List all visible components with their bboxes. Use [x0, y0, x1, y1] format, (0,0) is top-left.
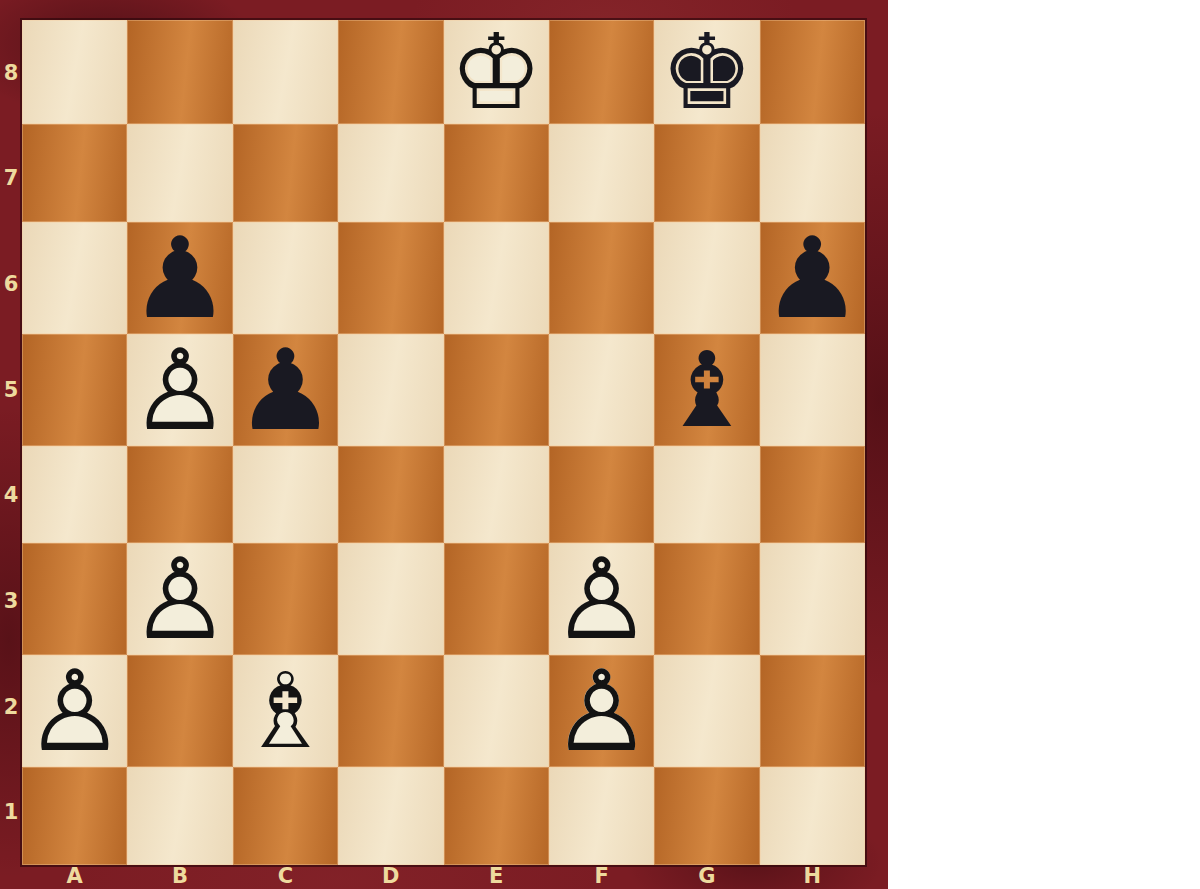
square-c4[interactable] — [233, 446, 338, 544]
rank-label-3: 3 — [0, 548, 22, 654]
rank-label-6: 6 — [0, 231, 22, 337]
rank-label-8: 8 — [0, 20, 22, 126]
square-h8[interactable] — [760, 20, 865, 124]
square-g6[interactable] — [654, 222, 759, 334]
rank-label-2: 2 — [0, 654, 22, 760]
square-g2[interactable] — [654, 655, 759, 767]
rank-label-1: 1 — [0, 759, 22, 865]
square-f5[interactable] — [549, 334, 654, 446]
square-f6[interactable] — [549, 222, 654, 334]
square-a6[interactable] — [22, 222, 127, 334]
square-b5[interactable]: ♟♙ — [127, 334, 232, 446]
square-b6[interactable]: ♟ — [127, 222, 232, 334]
board-grid: ♚♔♚♟♟♟♙♟♝♟♙♟♙♟♙♝♗♟♙ — [22, 20, 865, 865]
square-h6[interactable]: ♟ — [760, 222, 865, 334]
square-b8[interactable] — [127, 20, 232, 124]
square-d3[interactable] — [338, 543, 443, 655]
square-b7[interactable] — [127, 124, 232, 222]
square-e4[interactable] — [444, 446, 549, 544]
square-h3[interactable] — [760, 543, 865, 655]
square-e6[interactable] — [444, 222, 549, 334]
file-label-h: H — [760, 863, 865, 889]
square-f3[interactable]: ♟♙ — [549, 543, 654, 655]
square-a5[interactable] — [22, 334, 127, 446]
square-h4[interactable] — [760, 446, 865, 544]
square-d7[interactable] — [338, 124, 443, 222]
piece-black-bishop: ♝ — [660, 338, 753, 442]
piece-black-pawn: ♟ — [762, 222, 862, 334]
square-d1[interactable] — [338, 767, 443, 865]
chess-board-frame: ♚♔♚♟♟♟♙♟♝♟♙♟♙♟♙♝♗♟♙ 87654321 ABCDEFGH — [0, 0, 888, 889]
file-label-d: D — [338, 863, 443, 889]
square-d5[interactable] — [338, 334, 443, 446]
square-g5[interactable]: ♝ — [654, 334, 759, 446]
square-d8[interactable] — [338, 20, 443, 124]
rank-label-4: 4 — [0, 443, 22, 549]
rank-label-7: 7 — [0, 126, 22, 232]
square-a4[interactable] — [22, 446, 127, 544]
square-d6[interactable] — [338, 222, 443, 334]
piece-black-king: ♚ — [660, 20, 753, 124]
square-a1[interactable] — [22, 767, 127, 865]
square-g1[interactable] — [654, 767, 759, 865]
square-b4[interactable] — [127, 446, 232, 544]
file-label-f: F — [549, 863, 654, 889]
square-g4[interactable] — [654, 446, 759, 544]
square-f7[interactable] — [549, 124, 654, 222]
square-d2[interactable] — [338, 655, 443, 767]
piece-white-pawn: ♟♙ — [551, 543, 651, 655]
square-e1[interactable] — [444, 767, 549, 865]
square-d4[interactable] — [338, 446, 443, 544]
square-e2[interactable] — [444, 655, 549, 767]
square-e3[interactable] — [444, 543, 549, 655]
piece-white-pawn: ♟♙ — [130, 543, 230, 655]
square-b1[interactable] — [127, 767, 232, 865]
file-labels: ABCDEFGH — [22, 863, 865, 889]
piece-black-pawn: ♟ — [130, 222, 230, 334]
square-a7[interactable] — [22, 124, 127, 222]
square-c1[interactable] — [233, 767, 338, 865]
square-c3[interactable] — [233, 543, 338, 655]
rank-label-5: 5 — [0, 337, 22, 443]
file-label-g: G — [654, 863, 759, 889]
square-a8[interactable] — [22, 20, 127, 124]
piece-white-bishop: ♝♗ — [239, 659, 332, 763]
piece-white-pawn: ♟♙ — [551, 655, 651, 767]
rank-labels: 87654321 — [0, 20, 22, 865]
square-b2[interactable] — [127, 655, 232, 767]
square-g8[interactable]: ♚ — [654, 20, 759, 124]
file-label-c: C — [233, 863, 338, 889]
square-e7[interactable] — [444, 124, 549, 222]
square-h7[interactable] — [760, 124, 865, 222]
square-b3[interactable]: ♟♙ — [127, 543, 232, 655]
piece-black-pawn: ♟ — [235, 334, 335, 446]
square-a2[interactable]: ♟♙ — [22, 655, 127, 767]
page: ♚♔♚♟♟♟♙♟♝♟♙♟♙♟♙♝♗♟♙ 87654321 ABCDEFGH — [0, 0, 1200, 889]
square-c6[interactable] — [233, 222, 338, 334]
square-f8[interactable] — [549, 20, 654, 124]
square-g3[interactable] — [654, 543, 759, 655]
square-a3[interactable] — [22, 543, 127, 655]
square-c5[interactable]: ♟ — [233, 334, 338, 446]
square-c2[interactable]: ♝♗ — [233, 655, 338, 767]
piece-white-pawn: ♟♙ — [24, 655, 124, 767]
file-label-e: E — [444, 863, 549, 889]
square-e5[interactable] — [444, 334, 549, 446]
square-f2[interactable]: ♟♙ — [549, 655, 654, 767]
square-c8[interactable] — [233, 20, 338, 124]
square-h5[interactable] — [760, 334, 865, 446]
square-h1[interactable] — [760, 767, 865, 865]
square-f4[interactable] — [549, 446, 654, 544]
file-label-b: B — [127, 863, 232, 889]
piece-white-king: ♚♔ — [450, 20, 543, 124]
square-f1[interactable] — [549, 767, 654, 865]
square-e8[interactable]: ♚♔ — [444, 20, 549, 124]
piece-white-pawn: ♟♙ — [130, 334, 230, 446]
square-c7[interactable] — [233, 124, 338, 222]
square-g7[interactable] — [654, 124, 759, 222]
file-label-a: A — [22, 863, 127, 889]
square-h2[interactable] — [760, 655, 865, 767]
